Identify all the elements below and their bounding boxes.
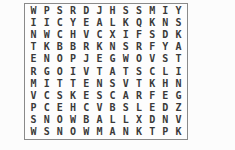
grid-cell-r2c7[interactable]: L — [106, 17, 119, 29]
grid-cell-r5c9[interactable]: O — [132, 53, 145, 65]
grid-cell-r1c11[interactable]: I — [159, 5, 172, 17]
grid-cell-r7c9[interactable]: T — [132, 78, 145, 90]
grid-cell-r2c12[interactable]: S — [172, 17, 185, 29]
grid-cell-r8c6[interactable]: S — [93, 90, 106, 102]
word-search-grid: WPSRDJHSSMIYIICYEALKQKNSNWCHVCXIFSDKTKBB… — [27, 5, 185, 138]
grid-cell-r1c4[interactable]: R — [66, 5, 79, 17]
grid-cell-r3c3[interactable]: C — [53, 29, 66, 41]
grid-cell-r5c5[interactable]: J — [80, 53, 93, 65]
grid-cell-r9c9[interactable]: L — [132, 102, 145, 114]
grid-cell-r8c8[interactable]: A — [119, 90, 132, 102]
grid-cell-r1c10[interactable]: M — [146, 5, 159, 17]
grid-cell-r4c4[interactable]: B — [66, 41, 79, 53]
grid-cell-r9c5[interactable]: C — [80, 102, 93, 114]
grid-cell-r10c1[interactable]: S — [27, 114, 40, 126]
grid-cell-r4c12[interactable]: A — [172, 41, 185, 53]
grid-cell-r5c11[interactable]: S — [159, 53, 172, 65]
grid-cell-r3c4[interactable]: H — [66, 29, 79, 41]
grid-cell-r5c2[interactable]: N — [40, 53, 53, 65]
grid-cell-r6c8[interactable]: T — [119, 65, 132, 77]
grid-cell-r6c4[interactable]: I — [66, 65, 79, 77]
grid-cell-r2c11[interactable]: N — [159, 17, 172, 29]
grid-cell-r1c2[interactable]: P — [40, 5, 53, 17]
grid-cell-r9c1[interactable]: P — [27, 102, 40, 114]
grid-cell-r4c3[interactable]: B — [53, 41, 66, 53]
grid-cell-r4c5[interactable]: R — [80, 41, 93, 53]
grid-cell-r2c1[interactable]: I — [27, 17, 40, 29]
grid-cell-r2c3[interactable]: C — [53, 17, 66, 29]
grid-cell-r1c1[interactable]: W — [27, 5, 40, 17]
grid-cell-r4c7[interactable]: N — [106, 41, 119, 53]
grid-cell-r10c4[interactable]: W — [66, 114, 79, 126]
grid-cell-r10c8[interactable]: L — [119, 114, 132, 126]
grid-cell-r9c6[interactable]: V — [93, 102, 106, 114]
grid-cell-r11c8[interactable]: N — [119, 126, 132, 138]
grid-cell-r11c7[interactable]: A — [106, 126, 119, 138]
grid-cell-r11c2[interactable]: S — [40, 126, 53, 138]
grid-cell-r5c4[interactable]: P — [66, 53, 79, 65]
grid-cell-r1c12[interactable]: Y — [172, 5, 185, 17]
grid-cell-r7c10[interactable]: K — [146, 78, 159, 90]
grid-cell-r2c9[interactable]: Q — [132, 17, 145, 29]
grid-cell-r9c8[interactable]: S — [119, 102, 132, 114]
grid-cell-r5c8[interactable]: W — [119, 53, 132, 65]
grid-cell-r8c11[interactable]: E — [159, 90, 172, 102]
grid-cell-r6c1[interactable]: R — [27, 65, 40, 77]
grid-cell-r7c7[interactable]: S — [106, 78, 119, 90]
grid-cell-r11c1[interactable]: W — [27, 126, 40, 138]
grid-cell-r3c1[interactable]: N — [27, 29, 40, 41]
grid-cell-r9c7[interactable]: B — [106, 102, 119, 114]
grid-cell-r9c3[interactable]: E — [53, 102, 66, 114]
grid-cell-r8c9[interactable]: R — [132, 90, 145, 102]
grid-cell-r4c10[interactable]: F — [146, 41, 159, 53]
grid-cell-r9c11[interactable]: D — [159, 102, 172, 114]
grid-cell-r3c8[interactable]: I — [119, 29, 132, 41]
word-search-board-frame: WPSRDJHSSMIYIICYEALKQKNSNWCHVCXIFSDKTKBB… — [24, 3, 188, 140]
grid-cell-r10c5[interactable]: B — [80, 114, 93, 126]
grid-cell-r6c12[interactable]: I — [172, 65, 185, 77]
grid-cell-r5c12[interactable]: T — [172, 53, 185, 65]
grid-cell-r7c4[interactable]: T — [66, 78, 79, 90]
grid-cell-r2c8[interactable]: K — [119, 17, 132, 29]
grid-cell-r8c5[interactable]: E — [80, 90, 93, 102]
grid-cell-r5c3[interactable]: O — [53, 53, 66, 65]
grid-cell-r4c9[interactable]: R — [132, 41, 145, 53]
grid-cell-r6c5[interactable]: V — [80, 65, 93, 77]
grid-cell-r7c2[interactable]: I — [40, 78, 53, 90]
grid-cell-r7c6[interactable]: N — [93, 78, 106, 90]
grid-cell-r5c10[interactable]: V — [146, 53, 159, 65]
grid-cell-r5c1[interactable]: E — [27, 53, 40, 65]
grid-cell-r4c11[interactable]: Y — [159, 41, 172, 53]
grid-cell-r6c11[interactable]: L — [159, 65, 172, 77]
grid-cell-r6c2[interactable]: G — [40, 65, 53, 77]
grid-cell-r4c6[interactable]: K — [93, 41, 106, 53]
grid-cell-r2c10[interactable]: K — [146, 17, 159, 29]
grid-cell-r1c5[interactable]: D — [80, 5, 93, 17]
grid-cell-r6c6[interactable]: T — [93, 65, 106, 77]
grid-cell-r9c12[interactable]: Z — [172, 102, 185, 114]
grid-cell-r3c11[interactable]: D — [159, 29, 172, 41]
grid-cell-r10c11[interactable]: N — [159, 114, 172, 126]
grid-cell-r6c7[interactable]: A — [106, 65, 119, 77]
grid-cell-r4c8[interactable]: S — [119, 41, 132, 53]
grid-cell-r6c10[interactable]: C — [146, 65, 159, 77]
grid-cell-r8c1[interactable]: V — [27, 90, 40, 102]
grid-cell-r6c3[interactable]: O — [53, 65, 66, 77]
grid-cell-r11c4[interactable]: O — [66, 126, 79, 138]
grid-cell-r1c9[interactable]: S — [132, 5, 145, 17]
grid-cell-r2c5[interactable]: E — [80, 17, 93, 29]
grid-cell-r4c1[interactable]: T — [27, 41, 40, 53]
grid-cell-r3c12[interactable]: K — [172, 29, 185, 41]
grid-cell-r2c6[interactable]: A — [93, 17, 106, 29]
grid-cell-r2c2[interactable]: I — [40, 17, 53, 29]
grid-cell-r10c10[interactable]: D — [146, 114, 159, 126]
grid-cell-r3c7[interactable]: X — [106, 29, 119, 41]
grid-cell-r5c6[interactable]: E — [93, 53, 106, 65]
grid-cell-r7c12[interactable]: N — [172, 78, 185, 90]
grid-cell-r10c6[interactable]: A — [93, 114, 106, 126]
grid-cell-r11c3[interactable]: N — [53, 126, 66, 138]
grid-cell-r10c9[interactable]: X — [132, 114, 145, 126]
grid-cell-r1c7[interactable]: H — [106, 5, 119, 17]
grid-cell-r5c7[interactable]: G — [106, 53, 119, 65]
grid-cell-r3c6[interactable]: C — [93, 29, 106, 41]
grid-cell-r8c4[interactable]: K — [66, 90, 79, 102]
grid-cell-r3c2[interactable]: W — [40, 29, 53, 41]
grid-cell-r11c12[interactable]: K — [172, 126, 185, 138]
grid-cell-r6c9[interactable]: S — [132, 65, 145, 77]
grid-cell-r1c6[interactable]: J — [93, 5, 106, 17]
grid-cell-r11c11[interactable]: P — [159, 126, 172, 138]
grid-cell-r1c3[interactable]: S — [53, 5, 66, 17]
grid-cell-r11c9[interactable]: K — [132, 126, 145, 138]
grid-cell-r9c2[interactable]: C — [40, 102, 53, 114]
grid-cell-r8c2[interactable]: C — [40, 90, 53, 102]
grid-cell-r1c8[interactable]: S — [119, 5, 132, 17]
grid-cell-r10c3[interactable]: O — [53, 114, 66, 126]
grid-cell-r11c5[interactable]: W — [80, 126, 93, 138]
grid-cell-r7c3[interactable]: T — [53, 78, 66, 90]
grid-cell-r9c4[interactable]: H — [66, 102, 79, 114]
grid-cell-r4c2[interactable]: K — [40, 41, 53, 53]
grid-cell-r8c10[interactable]: F — [146, 90, 159, 102]
grid-cell-r8c12[interactable]: G — [172, 90, 185, 102]
grid-cell-r11c10[interactable]: T — [146, 126, 159, 138]
grid-cell-r2c4[interactable]: Y — [66, 17, 79, 29]
grid-cell-r11c6[interactable]: M — [93, 126, 106, 138]
grid-cell-r10c7[interactable]: L — [106, 114, 119, 126]
grid-cell-r7c11[interactable]: H — [159, 78, 172, 90]
grid-cell-r9c10[interactable]: E — [146, 102, 159, 114]
grid-cell-r7c1[interactable]: M — [27, 78, 40, 90]
grid-cell-r3c5[interactable]: V — [80, 29, 93, 41]
grid-cell-r10c2[interactable]: N — [40, 114, 53, 126]
grid-cell-r3c9[interactable]: F — [132, 29, 145, 41]
grid-cell-r3c10[interactable]: S — [146, 29, 159, 41]
grid-cell-r7c5[interactable]: E — [80, 78, 93, 90]
grid-cell-r10c12[interactable]: V — [172, 114, 185, 126]
grid-cell-r8c3[interactable]: S — [53, 90, 66, 102]
grid-cell-r7c8[interactable]: V — [119, 78, 132, 90]
grid-cell-r8c7[interactable]: C — [106, 90, 119, 102]
